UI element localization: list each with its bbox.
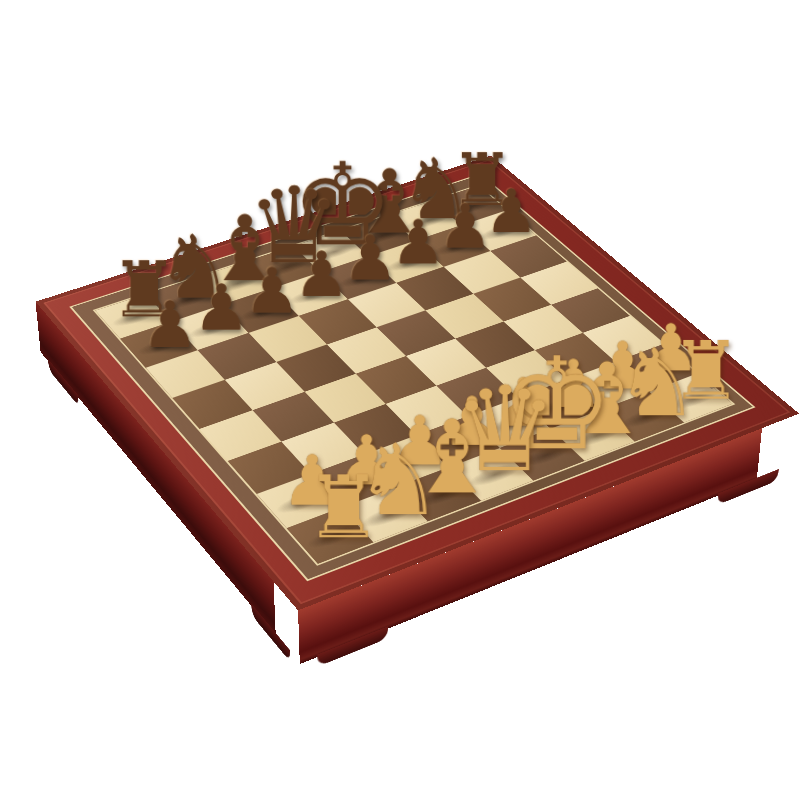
square-g7: ♟ <box>415 225 490 266</box>
piece-shadow <box>483 409 543 438</box>
box-foot-icon <box>251 603 290 662</box>
piece-shadow <box>534 390 593 418</box>
piece-shadow <box>666 384 725 412</box>
piece-shadow <box>632 355 690 382</box>
piece-shadow <box>447 194 500 217</box>
box-foot-icon <box>717 469 779 505</box>
box-foot-icon <box>48 358 80 406</box>
box-foot-icon <box>317 626 388 667</box>
piece-shadow <box>357 499 420 531</box>
piece-shadow <box>133 332 192 359</box>
product-photo-scene: ♜♞♝♛♚♝♞♜♟♟♟♟♟♟♟♟♟♟♟♟♟♟♟♟♜♞♝♛♚♝♞♜ <box>0 0 800 800</box>
board-frame: ♜♞♝♛♚♝♞♜♟♟♟♟♟♟♟♟♟♟♟♟♟♟♟♟♜♞♝♛♚♝♞♜ <box>35 156 799 611</box>
chess-board: ♜♞♝♛♚♝♞♜♟♟♟♟♟♟♟♟♟♟♟♟♟♟♟♟♜♞♝♛♚♝♞♜ <box>35 156 799 611</box>
